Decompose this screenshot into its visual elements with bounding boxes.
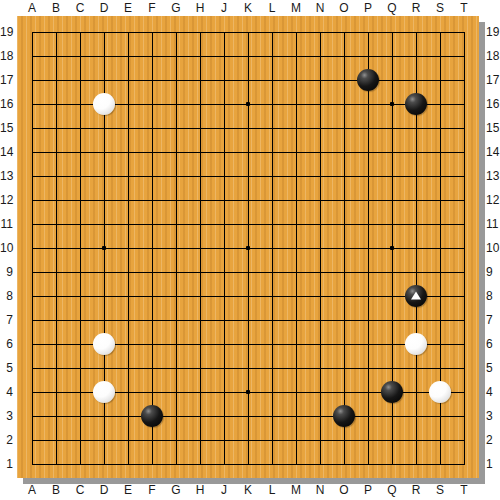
- intersection-H14[interactable]: [188, 140, 212, 164]
- intersection-J5[interactable]: [212, 356, 236, 380]
- intersection-M1[interactable]: [284, 452, 308, 476]
- intersection-D9[interactable]: [92, 260, 116, 284]
- intersection-P12[interactable]: [356, 188, 380, 212]
- intersection-K3[interactable]: [236, 404, 260, 428]
- intersection-F12[interactable]: [140, 188, 164, 212]
- intersection-K10[interactable]: [236, 236, 260, 260]
- intersection-K17[interactable]: [236, 68, 260, 92]
- intersection-O14[interactable]: [332, 140, 356, 164]
- intersection-E15[interactable]: [116, 116, 140, 140]
- intersection-O15[interactable]: [332, 116, 356, 140]
- intersection-L8[interactable]: [260, 284, 284, 308]
- intersection-R3[interactable]: [404, 404, 428, 428]
- intersection-T19[interactable]: [452, 20, 476, 44]
- intersection-R10[interactable]: [404, 236, 428, 260]
- intersection-D3[interactable]: [92, 404, 116, 428]
- intersection-A2[interactable]: [20, 428, 44, 452]
- intersection-F9[interactable]: [140, 260, 164, 284]
- intersection-G3[interactable]: [164, 404, 188, 428]
- intersection-P5[interactable]: [356, 356, 380, 380]
- intersection-C4[interactable]: [68, 380, 92, 404]
- intersection-B6[interactable]: [44, 332, 68, 356]
- intersection-D16[interactable]: [92, 92, 116, 116]
- intersection-F14[interactable]: [140, 140, 164, 164]
- intersection-B10[interactable]: [44, 236, 68, 260]
- intersection-O19[interactable]: [332, 20, 356, 44]
- intersection-N14[interactable]: [308, 140, 332, 164]
- intersection-F1[interactable]: [140, 452, 164, 476]
- intersection-T13[interactable]: [452, 164, 476, 188]
- intersection-A14[interactable]: [20, 140, 44, 164]
- intersection-N5[interactable]: [308, 356, 332, 380]
- intersection-B5[interactable]: [44, 356, 68, 380]
- intersection-J9[interactable]: [212, 260, 236, 284]
- intersection-A7[interactable]: [20, 308, 44, 332]
- intersection-H8[interactable]: [188, 284, 212, 308]
- intersection-B15[interactable]: [44, 116, 68, 140]
- intersection-F15[interactable]: [140, 116, 164, 140]
- intersection-A8[interactable]: [20, 284, 44, 308]
- intersection-J17[interactable]: [212, 68, 236, 92]
- intersection-L7[interactable]: [260, 308, 284, 332]
- intersection-C10[interactable]: [68, 236, 92, 260]
- intersection-J12[interactable]: [212, 188, 236, 212]
- intersection-O17[interactable]: [332, 68, 356, 92]
- intersection-K12[interactable]: [236, 188, 260, 212]
- intersection-N6[interactable]: [308, 332, 332, 356]
- intersection-O13[interactable]: [332, 164, 356, 188]
- intersection-O3[interactable]: [332, 404, 356, 428]
- intersection-K8[interactable]: [236, 284, 260, 308]
- intersection-O18[interactable]: [332, 44, 356, 68]
- intersection-C2[interactable]: [68, 428, 92, 452]
- intersection-G10[interactable]: [164, 236, 188, 260]
- intersection-M8[interactable]: [284, 284, 308, 308]
- intersection-T16[interactable]: [452, 92, 476, 116]
- intersection-A15[interactable]: [20, 116, 44, 140]
- intersection-T7[interactable]: [452, 308, 476, 332]
- intersection-R7[interactable]: [404, 308, 428, 332]
- intersection-S14[interactable]: [428, 140, 452, 164]
- intersection-P2[interactable]: [356, 428, 380, 452]
- intersection-D17[interactable]: [92, 68, 116, 92]
- intersection-M12[interactable]: [284, 188, 308, 212]
- intersection-M10[interactable]: [284, 236, 308, 260]
- intersection-R1[interactable]: [404, 452, 428, 476]
- intersection-F13[interactable]: [140, 164, 164, 188]
- intersection-H13[interactable]: [188, 164, 212, 188]
- intersection-G14[interactable]: [164, 140, 188, 164]
- intersection-Q16[interactable]: [380, 92, 404, 116]
- intersection-P18[interactable]: [356, 44, 380, 68]
- intersection-E8[interactable]: [116, 284, 140, 308]
- intersection-H7[interactable]: [188, 308, 212, 332]
- intersection-E4[interactable]: [116, 380, 140, 404]
- intersection-F2[interactable]: [140, 428, 164, 452]
- intersection-B14[interactable]: [44, 140, 68, 164]
- intersection-G9[interactable]: [164, 260, 188, 284]
- intersection-Q17[interactable]: [380, 68, 404, 92]
- intersection-O2[interactable]: [332, 428, 356, 452]
- intersection-F11[interactable]: [140, 212, 164, 236]
- intersection-J15[interactable]: [212, 116, 236, 140]
- intersection-R13[interactable]: [404, 164, 428, 188]
- intersection-B2[interactable]: [44, 428, 68, 452]
- intersection-Q2[interactable]: [380, 428, 404, 452]
- intersection-C6[interactable]: [68, 332, 92, 356]
- intersection-H12[interactable]: [188, 188, 212, 212]
- intersection-O10[interactable]: [332, 236, 356, 260]
- intersection-F5[interactable]: [140, 356, 164, 380]
- intersection-O11[interactable]: [332, 212, 356, 236]
- intersection-E17[interactable]: [116, 68, 140, 92]
- intersection-H9[interactable]: [188, 260, 212, 284]
- intersection-G12[interactable]: [164, 188, 188, 212]
- intersection-Q13[interactable]: [380, 164, 404, 188]
- intersection-M19[interactable]: [284, 20, 308, 44]
- intersection-J2[interactable]: [212, 428, 236, 452]
- intersection-S5[interactable]: [428, 356, 452, 380]
- intersection-E1[interactable]: [116, 452, 140, 476]
- intersection-C12[interactable]: [68, 188, 92, 212]
- intersection-M14[interactable]: [284, 140, 308, 164]
- intersection-L3[interactable]: [260, 404, 284, 428]
- intersection-H18[interactable]: [188, 44, 212, 68]
- intersection-D1[interactable]: [92, 452, 116, 476]
- intersection-L17[interactable]: [260, 68, 284, 92]
- intersection-M13[interactable]: [284, 164, 308, 188]
- intersection-J6[interactable]: [212, 332, 236, 356]
- intersection-D2[interactable]: [92, 428, 116, 452]
- intersection-S15[interactable]: [428, 116, 452, 140]
- intersection-Q12[interactable]: [380, 188, 404, 212]
- intersection-H4[interactable]: [188, 380, 212, 404]
- intersection-M18[interactable]: [284, 44, 308, 68]
- intersection-N13[interactable]: [308, 164, 332, 188]
- intersection-F17[interactable]: [140, 68, 164, 92]
- intersection-J10[interactable]: [212, 236, 236, 260]
- intersection-J14[interactable]: [212, 140, 236, 164]
- intersection-D11[interactable]: [92, 212, 116, 236]
- intersection-F8[interactable]: [140, 284, 164, 308]
- intersection-N4[interactable]: [308, 380, 332, 404]
- intersection-K1[interactable]: [236, 452, 260, 476]
- intersection-Q9[interactable]: [380, 260, 404, 284]
- intersection-F3[interactable]: [140, 404, 164, 428]
- intersection-J11[interactable]: [212, 212, 236, 236]
- intersection-S19[interactable]: [428, 20, 452, 44]
- intersection-J13[interactable]: [212, 164, 236, 188]
- intersection-G2[interactable]: [164, 428, 188, 452]
- intersection-K9[interactable]: [236, 260, 260, 284]
- intersection-N10[interactable]: [308, 236, 332, 260]
- intersection-N19[interactable]: [308, 20, 332, 44]
- intersection-A3[interactable]: [20, 404, 44, 428]
- intersection-O1[interactable]: [332, 452, 356, 476]
- intersection-N2[interactable]: [308, 428, 332, 452]
- intersection-H15[interactable]: [188, 116, 212, 140]
- intersection-C7[interactable]: [68, 308, 92, 332]
- intersection-E13[interactable]: [116, 164, 140, 188]
- intersection-T4[interactable]: [452, 380, 476, 404]
- intersection-A19[interactable]: [20, 20, 44, 44]
- intersection-D5[interactable]: [92, 356, 116, 380]
- intersection-G19[interactable]: [164, 20, 188, 44]
- intersection-K7[interactable]: [236, 308, 260, 332]
- intersection-L15[interactable]: [260, 116, 284, 140]
- intersection-R16[interactable]: [404, 92, 428, 116]
- intersection-T18[interactable]: [452, 44, 476, 68]
- intersection-M4[interactable]: [284, 380, 308, 404]
- intersection-R8[interactable]: [404, 284, 428, 308]
- intersection-S8[interactable]: [428, 284, 452, 308]
- intersection-H17[interactable]: [188, 68, 212, 92]
- intersection-L1[interactable]: [260, 452, 284, 476]
- intersection-R17[interactable]: [404, 68, 428, 92]
- intersection-Q15[interactable]: [380, 116, 404, 140]
- intersection-T11[interactable]: [452, 212, 476, 236]
- intersection-Q19[interactable]: [380, 20, 404, 44]
- intersection-G7[interactable]: [164, 308, 188, 332]
- intersection-N17[interactable]: [308, 68, 332, 92]
- intersection-H5[interactable]: [188, 356, 212, 380]
- intersection-N16[interactable]: [308, 92, 332, 116]
- intersection-S6[interactable]: [428, 332, 452, 356]
- intersection-Q8[interactable]: [380, 284, 404, 308]
- intersection-S13[interactable]: [428, 164, 452, 188]
- intersection-A5[interactable]: [20, 356, 44, 380]
- intersection-G8[interactable]: [164, 284, 188, 308]
- intersection-D13[interactable]: [92, 164, 116, 188]
- intersection-B11[interactable]: [44, 212, 68, 236]
- intersection-F7[interactable]: [140, 308, 164, 332]
- intersection-F16[interactable]: [140, 92, 164, 116]
- intersection-R11[interactable]: [404, 212, 428, 236]
- intersection-L12[interactable]: [260, 188, 284, 212]
- intersection-B8[interactable]: [44, 284, 68, 308]
- intersection-M7[interactable]: [284, 308, 308, 332]
- intersection-G17[interactable]: [164, 68, 188, 92]
- intersection-M15[interactable]: [284, 116, 308, 140]
- intersection-E18[interactable]: [116, 44, 140, 68]
- intersection-E7[interactable]: [116, 308, 140, 332]
- intersection-H19[interactable]: [188, 20, 212, 44]
- intersection-J18[interactable]: [212, 44, 236, 68]
- intersection-P13[interactable]: [356, 164, 380, 188]
- intersection-C18[interactable]: [68, 44, 92, 68]
- intersection-L14[interactable]: [260, 140, 284, 164]
- intersection-T5[interactable]: [452, 356, 476, 380]
- intersection-G16[interactable]: [164, 92, 188, 116]
- intersection-A12[interactable]: [20, 188, 44, 212]
- intersection-T2[interactable]: [452, 428, 476, 452]
- intersection-N7[interactable]: [308, 308, 332, 332]
- intersection-D10[interactable]: [92, 236, 116, 260]
- intersection-O8[interactable]: [332, 284, 356, 308]
- intersection-T3[interactable]: [452, 404, 476, 428]
- intersection-D6[interactable]: [92, 332, 116, 356]
- intersection-A1[interactable]: [20, 452, 44, 476]
- intersection-R2[interactable]: [404, 428, 428, 452]
- intersection-A9[interactable]: [20, 260, 44, 284]
- intersection-Q5[interactable]: [380, 356, 404, 380]
- intersection-K15[interactable]: [236, 116, 260, 140]
- intersection-G11[interactable]: [164, 212, 188, 236]
- intersection-O4[interactable]: [332, 380, 356, 404]
- intersection-L13[interactable]: [260, 164, 284, 188]
- intersection-P3[interactable]: [356, 404, 380, 428]
- intersection-P17[interactable]: [356, 68, 380, 92]
- intersection-T14[interactable]: [452, 140, 476, 164]
- intersection-A4[interactable]: [20, 380, 44, 404]
- intersection-R14[interactable]: [404, 140, 428, 164]
- intersection-J7[interactable]: [212, 308, 236, 332]
- intersection-C19[interactable]: [68, 20, 92, 44]
- intersection-T9[interactable]: [452, 260, 476, 284]
- intersection-T1[interactable]: [452, 452, 476, 476]
- intersection-G15[interactable]: [164, 116, 188, 140]
- intersection-E12[interactable]: [116, 188, 140, 212]
- intersection-K2[interactable]: [236, 428, 260, 452]
- intersection-P15[interactable]: [356, 116, 380, 140]
- intersection-L10[interactable]: [260, 236, 284, 260]
- intersection-D15[interactable]: [92, 116, 116, 140]
- intersection-O12[interactable]: [332, 188, 356, 212]
- intersection-Q7[interactable]: [380, 308, 404, 332]
- intersection-G6[interactable]: [164, 332, 188, 356]
- intersection-K5[interactable]: [236, 356, 260, 380]
- intersection-O16[interactable]: [332, 92, 356, 116]
- intersection-K13[interactable]: [236, 164, 260, 188]
- intersection-A17[interactable]: [20, 68, 44, 92]
- intersection-M6[interactable]: [284, 332, 308, 356]
- intersection-G5[interactable]: [164, 356, 188, 380]
- intersection-C15[interactable]: [68, 116, 92, 140]
- intersection-S1[interactable]: [428, 452, 452, 476]
- intersection-L18[interactable]: [260, 44, 284, 68]
- intersection-S12[interactable]: [428, 188, 452, 212]
- intersection-N11[interactable]: [308, 212, 332, 236]
- intersection-E19[interactable]: [116, 20, 140, 44]
- intersection-S17[interactable]: [428, 68, 452, 92]
- intersection-Q10[interactable]: [380, 236, 404, 260]
- intersection-R18[interactable]: [404, 44, 428, 68]
- intersection-A16[interactable]: [20, 92, 44, 116]
- intersection-B16[interactable]: [44, 92, 68, 116]
- intersection-G18[interactable]: [164, 44, 188, 68]
- intersection-N12[interactable]: [308, 188, 332, 212]
- intersection-L5[interactable]: [260, 356, 284, 380]
- intersection-T17[interactable]: [452, 68, 476, 92]
- intersection-J4[interactable]: [212, 380, 236, 404]
- intersection-S18[interactable]: [428, 44, 452, 68]
- intersection-N3[interactable]: [308, 404, 332, 428]
- intersection-Q14[interactable]: [380, 140, 404, 164]
- intersection-R4[interactable]: [404, 380, 428, 404]
- intersection-L19[interactable]: [260, 20, 284, 44]
- intersection-H10[interactable]: [188, 236, 212, 260]
- intersection-F6[interactable]: [140, 332, 164, 356]
- intersection-E2[interactable]: [116, 428, 140, 452]
- intersection-B3[interactable]: [44, 404, 68, 428]
- intersection-B12[interactable]: [44, 188, 68, 212]
- intersection-S2[interactable]: [428, 428, 452, 452]
- intersection-B19[interactable]: [44, 20, 68, 44]
- intersection-H6[interactable]: [188, 332, 212, 356]
- intersection-H1[interactable]: [188, 452, 212, 476]
- intersection-K4[interactable]: [236, 380, 260, 404]
- intersection-P8[interactable]: [356, 284, 380, 308]
- intersection-T15[interactable]: [452, 116, 476, 140]
- intersection-S10[interactable]: [428, 236, 452, 260]
- intersection-T6[interactable]: [452, 332, 476, 356]
- intersection-N15[interactable]: [308, 116, 332, 140]
- intersection-F19[interactable]: [140, 20, 164, 44]
- intersection-C5[interactable]: [68, 356, 92, 380]
- intersection-J16[interactable]: [212, 92, 236, 116]
- intersection-A18[interactable]: [20, 44, 44, 68]
- intersection-L2[interactable]: [260, 428, 284, 452]
- intersection-Q6[interactable]: [380, 332, 404, 356]
- intersection-L6[interactable]: [260, 332, 284, 356]
- intersection-O5[interactable]: [332, 356, 356, 380]
- intersection-K18[interactable]: [236, 44, 260, 68]
- intersection-D14[interactable]: [92, 140, 116, 164]
- intersection-R15[interactable]: [404, 116, 428, 140]
- intersection-L4[interactable]: [260, 380, 284, 404]
- intersection-S3[interactable]: [428, 404, 452, 428]
- intersection-F18[interactable]: [140, 44, 164, 68]
- intersection-H11[interactable]: [188, 212, 212, 236]
- intersection-M9[interactable]: [284, 260, 308, 284]
- intersection-E6[interactable]: [116, 332, 140, 356]
- intersection-P4[interactable]: [356, 380, 380, 404]
- intersection-E9[interactable]: [116, 260, 140, 284]
- intersection-K19[interactable]: [236, 20, 260, 44]
- intersection-C8[interactable]: [68, 284, 92, 308]
- intersection-Q18[interactable]: [380, 44, 404, 68]
- intersection-H16[interactable]: [188, 92, 212, 116]
- intersection-N9[interactable]: [308, 260, 332, 284]
- intersection-K11[interactable]: [236, 212, 260, 236]
- intersection-K14[interactable]: [236, 140, 260, 164]
- intersection-A11[interactable]: [20, 212, 44, 236]
- intersection-R9[interactable]: [404, 260, 428, 284]
- intersection-O6[interactable]: [332, 332, 356, 356]
- intersection-C9[interactable]: [68, 260, 92, 284]
- intersection-P16[interactable]: [356, 92, 380, 116]
- intersection-M3[interactable]: [284, 404, 308, 428]
- intersection-B9[interactable]: [44, 260, 68, 284]
- intersection-E16[interactable]: [116, 92, 140, 116]
- intersection-T8[interactable]: [452, 284, 476, 308]
- intersection-S11[interactable]: [428, 212, 452, 236]
- intersection-C1[interactable]: [68, 452, 92, 476]
- intersection-G13[interactable]: [164, 164, 188, 188]
- intersection-D18[interactable]: [92, 44, 116, 68]
- intersection-T10[interactable]: [452, 236, 476, 260]
- intersection-N1[interactable]: [308, 452, 332, 476]
- intersection-S9[interactable]: [428, 260, 452, 284]
- intersection-S16[interactable]: [428, 92, 452, 116]
- intersection-G4[interactable]: [164, 380, 188, 404]
- intersection-H2[interactable]: [188, 428, 212, 452]
- intersection-Q11[interactable]: [380, 212, 404, 236]
- intersection-C17[interactable]: [68, 68, 92, 92]
- intersection-E10[interactable]: [116, 236, 140, 260]
- intersection-D8[interactable]: [92, 284, 116, 308]
- intersection-S7[interactable]: [428, 308, 452, 332]
